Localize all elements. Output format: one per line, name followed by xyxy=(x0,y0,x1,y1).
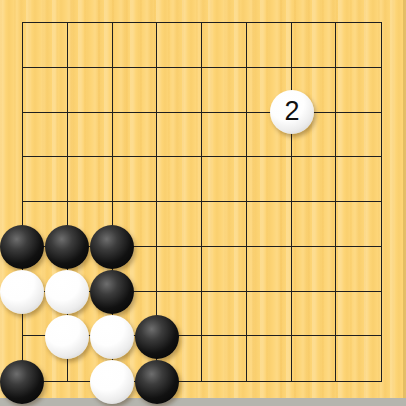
grid-cell xyxy=(202,113,247,158)
grid-cell xyxy=(68,292,113,337)
grid-cell xyxy=(292,23,337,68)
grid-cell xyxy=(247,336,292,381)
grid-cell xyxy=(202,336,247,381)
grid-cell xyxy=(113,23,158,68)
grid-cell xyxy=(23,68,68,113)
grid-cell xyxy=(292,157,337,202)
grid-cell xyxy=(157,68,202,113)
grid-cell xyxy=(157,202,202,247)
grid-cell xyxy=(336,68,381,113)
grid-cell xyxy=(113,202,158,247)
grid-cell xyxy=(68,202,113,247)
grid-cell xyxy=(157,247,202,292)
grid-cell xyxy=(247,157,292,202)
grid-cell xyxy=(292,336,337,381)
grid-cell xyxy=(113,113,158,158)
grid-cell xyxy=(157,157,202,202)
grid-cell xyxy=(23,23,68,68)
grid-cell xyxy=(292,202,337,247)
grid-cell xyxy=(247,113,292,158)
grid-cell xyxy=(202,202,247,247)
grid-cell xyxy=(23,247,68,292)
grid-cell xyxy=(23,113,68,158)
grid-cell xyxy=(23,157,68,202)
grid-cell xyxy=(336,113,381,158)
grid-cell xyxy=(113,292,158,337)
grid-cell xyxy=(247,202,292,247)
grid-cell xyxy=(336,23,381,68)
grid-cell xyxy=(247,23,292,68)
grid-cell xyxy=(247,68,292,113)
grid-cell xyxy=(336,336,381,381)
grid-cell xyxy=(157,336,202,381)
grid-cell xyxy=(113,157,158,202)
grid-cell xyxy=(336,157,381,202)
go-board[interactable]: 2 xyxy=(0,0,406,406)
grid-cell xyxy=(23,202,68,247)
grid-cell xyxy=(113,247,158,292)
grid-cell xyxy=(157,113,202,158)
grid-cell xyxy=(157,292,202,337)
grid-cell xyxy=(202,157,247,202)
grid-cell xyxy=(23,336,68,381)
board-bottom-edge xyxy=(0,398,406,406)
board-grid xyxy=(22,22,382,382)
grid-cell xyxy=(292,247,337,292)
grid-cell xyxy=(247,292,292,337)
grid-cell xyxy=(23,292,68,337)
grid-cell xyxy=(336,247,381,292)
grid-cell xyxy=(68,336,113,381)
grid-cell xyxy=(68,23,113,68)
grid-cell xyxy=(247,247,292,292)
grid-cell xyxy=(202,68,247,113)
grid-cell xyxy=(68,113,113,158)
grid-cell xyxy=(68,157,113,202)
grid-cell xyxy=(68,68,113,113)
grid-cell xyxy=(113,68,158,113)
grid-cell xyxy=(157,23,202,68)
grid-cell xyxy=(292,113,337,158)
grid-cell xyxy=(336,292,381,337)
grid-cell xyxy=(292,292,337,337)
grid-cell xyxy=(202,247,247,292)
grid-cell xyxy=(202,292,247,337)
grid-cell xyxy=(68,247,113,292)
grid-cell xyxy=(292,68,337,113)
grid-cell xyxy=(336,202,381,247)
grid-cell xyxy=(202,23,247,68)
grid-cell xyxy=(113,336,158,381)
